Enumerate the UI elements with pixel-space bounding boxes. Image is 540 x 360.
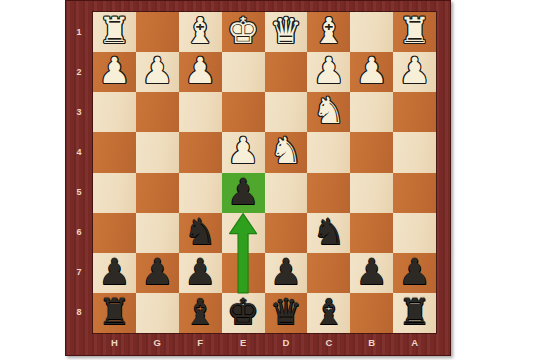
- rank-label-1: 1: [66, 27, 92, 37]
- piece-white-pawn[interactable]: ♟: [313, 53, 345, 89]
- piece-white-bishop[interactable]: ♝: [184, 13, 216, 49]
- piece-white-knight[interactable]: ♞: [313, 93, 345, 129]
- piece-black-queen[interactable]: ♛: [270, 294, 302, 330]
- piece-black-knight[interactable]: ♞: [184, 214, 216, 250]
- piece-white-bishop[interactable]: ♝: [313, 13, 345, 49]
- piece-white-pawn[interactable]: ♟: [356, 53, 388, 89]
- square-h7[interactable]: ♟: [93, 253, 136, 293]
- square-h2[interactable]: ♟: [93, 52, 136, 92]
- piece-white-pawn[interactable]: ♟: [141, 53, 173, 89]
- square-e6[interactable]: [222, 213, 265, 253]
- square-e8[interactable]: ♚: [222, 293, 265, 333]
- square-f4[interactable]: [179, 132, 222, 172]
- file-label-a: A: [393, 337, 436, 348]
- square-f3[interactable]: [179, 92, 222, 132]
- file-label-d: D: [265, 337, 308, 348]
- square-h6[interactable]: [93, 213, 136, 253]
- square-d2[interactable]: [265, 52, 308, 92]
- piece-black-pawn[interactable]: ♟: [227, 174, 259, 210]
- rank-label-8: 8: [66, 307, 92, 317]
- square-d3[interactable]: [265, 92, 308, 132]
- square-h1[interactable]: ♜: [93, 12, 136, 52]
- file-label-e: E: [222, 337, 265, 348]
- square-f6[interactable]: ♞: [179, 213, 222, 253]
- rank-label-3: 3: [66, 107, 92, 117]
- piece-white-rook[interactable]: ♜: [398, 13, 430, 49]
- rank-label-6: 6: [66, 227, 92, 237]
- square-c6[interactable]: ♞: [307, 213, 350, 253]
- square-a6[interactable]: [393, 213, 436, 253]
- square-g6[interactable]: [136, 213, 179, 253]
- square-f1[interactable]: ♝: [179, 12, 222, 52]
- square-d8[interactable]: ♛: [265, 293, 308, 333]
- piece-white-queen[interactable]: ♛: [270, 13, 302, 49]
- square-a4[interactable]: [393, 132, 436, 172]
- square-g4[interactable]: [136, 132, 179, 172]
- square-g8[interactable]: [136, 293, 179, 333]
- square-e7[interactable]: [222, 253, 265, 293]
- rank-label-2: 2: [66, 67, 92, 77]
- square-c4[interactable]: [307, 132, 350, 172]
- piece-white-pawn[interactable]: ♟: [98, 53, 130, 89]
- square-g5[interactable]: [136, 173, 179, 213]
- piece-white-pawn[interactable]: ♟: [184, 53, 216, 89]
- square-d7[interactable]: ♟: [265, 253, 308, 293]
- file-label-c: C: [307, 337, 350, 348]
- square-h5[interactable]: [93, 173, 136, 213]
- square-d6[interactable]: [265, 213, 308, 253]
- square-f2[interactable]: ♟: [179, 52, 222, 92]
- square-e3[interactable]: [222, 92, 265, 132]
- square-c5[interactable]: [307, 173, 350, 213]
- square-a5[interactable]: [393, 173, 436, 213]
- piece-white-knight[interactable]: ♞: [270, 133, 302, 169]
- piece-black-knight[interactable]: ♞: [313, 214, 345, 250]
- piece-black-bishop[interactable]: ♝: [313, 294, 345, 330]
- chess-board-frame: ♜♝♚♛♝♜♟♟♟♟♟♟♞♟♞♟♞♞♟♟♟♟♟♟♜♝♚♛♝♜ 1H2G3F4E5…: [65, 0, 451, 356]
- piece-black-pawn[interactable]: ♟: [356, 254, 388, 290]
- piece-white-pawn[interactable]: ♟: [398, 53, 430, 89]
- square-c7[interactable]: [307, 253, 350, 293]
- chess-board: ♜♝♚♛♝♜♟♟♟♟♟♟♞♟♞♟♞♞♟♟♟♟♟♟♜♝♚♛♝♜: [93, 12, 436, 333]
- square-d4[interactable]: ♞: [265, 132, 308, 172]
- file-label-h: H: [93, 337, 136, 348]
- square-b8[interactable]: [350, 293, 393, 333]
- square-h4[interactable]: [93, 132, 136, 172]
- rank-label-5: 5: [66, 187, 92, 197]
- piece-black-pawn[interactable]: ♟: [270, 254, 302, 290]
- square-e5[interactable]: ♟: [222, 173, 265, 213]
- file-label-b: B: [350, 337, 393, 348]
- square-b1[interactable]: [350, 12, 393, 52]
- square-e4[interactable]: ♟: [222, 132, 265, 172]
- square-c1[interactable]: ♝: [307, 12, 350, 52]
- square-b2[interactable]: ♟: [350, 52, 393, 92]
- piece-black-pawn[interactable]: ♟: [184, 254, 216, 290]
- square-b5[interactable]: [350, 173, 393, 213]
- square-g7[interactable]: ♟: [136, 253, 179, 293]
- file-label-g: G: [136, 337, 179, 348]
- square-b6[interactable]: [350, 213, 393, 253]
- square-a3[interactable]: [393, 92, 436, 132]
- square-f7[interactable]: ♟: [179, 253, 222, 293]
- piece-black-pawn[interactable]: ♟: [398, 254, 430, 290]
- square-g3[interactable]: [136, 92, 179, 132]
- square-a7[interactable]: ♟: [393, 253, 436, 293]
- square-c8[interactable]: ♝: [307, 293, 350, 333]
- piece-black-rook[interactable]: ♜: [398, 294, 430, 330]
- piece-black-bishop[interactable]: ♝: [184, 294, 216, 330]
- square-a8[interactable]: ♜: [393, 293, 436, 333]
- square-b4[interactable]: [350, 132, 393, 172]
- piece-black-king[interactable]: ♚: [227, 294, 259, 330]
- piece-black-pawn[interactable]: ♟: [141, 254, 173, 290]
- square-f5[interactable]: [179, 173, 222, 213]
- file-label-f: F: [179, 337, 222, 348]
- square-e1[interactable]: ♚: [222, 12, 265, 52]
- square-a1[interactable]: ♜: [393, 12, 436, 52]
- square-g1[interactable]: [136, 12, 179, 52]
- page-background: ♜♝♚♛♝♜♟♟♟♟♟♟♞♟♞♟♞♞♟♟♟♟♟♟♜♝♚♛♝♜ 1H2G3F4E5…: [0, 0, 540, 360]
- square-a2[interactable]: ♟: [393, 52, 436, 92]
- piece-black-rook[interactable]: ♜: [98, 294, 130, 330]
- square-b7[interactable]: ♟: [350, 253, 393, 293]
- square-b3[interactable]: [350, 92, 393, 132]
- square-e2[interactable]: [222, 52, 265, 92]
- square-h3[interactable]: [93, 92, 136, 132]
- piece-black-pawn[interactable]: ♟: [98, 254, 130, 290]
- square-c2[interactable]: ♟: [307, 52, 350, 92]
- piece-white-king[interactable]: ♚: [227, 13, 259, 49]
- piece-white-rook[interactable]: ♜: [98, 13, 130, 49]
- square-f8[interactable]: ♝: [179, 293, 222, 333]
- rank-label-7: 7: [66, 267, 92, 277]
- piece-white-pawn[interactable]: ♟: [227, 133, 259, 169]
- square-g2[interactable]: ♟: [136, 52, 179, 92]
- square-h8[interactable]: ♜: [93, 293, 136, 333]
- square-c3[interactable]: ♞: [307, 92, 350, 132]
- rank-label-4: 4: [66, 147, 92, 157]
- square-d5[interactable]: [265, 173, 308, 213]
- square-d1[interactable]: ♛: [265, 12, 308, 52]
